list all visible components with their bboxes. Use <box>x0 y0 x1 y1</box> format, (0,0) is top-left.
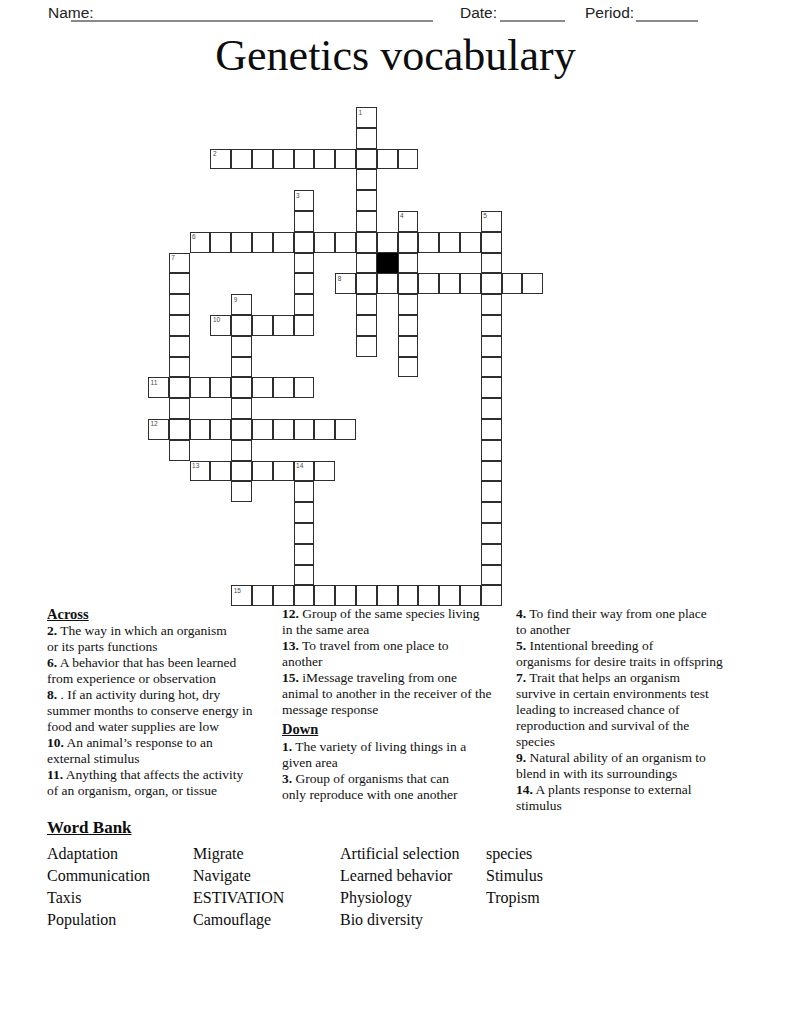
date-blank-line <box>500 6 565 22</box>
grid-cell[interactable]: 11 <box>148 377 169 398</box>
grid-cell[interactable] <box>252 149 273 170</box>
cell-number: 9 <box>234 296 238 303</box>
clue-14: 14. A plants response to externalstimulu… <box>516 782 723 814</box>
grid-cell[interactable]: 7 <box>169 253 190 274</box>
clue-11: 11. Anything that affects the activityof… <box>47 767 253 799</box>
grid-cell[interactable] <box>335 232 356 253</box>
grid-cell[interactable] <box>252 377 273 398</box>
grid-cell[interactable] <box>210 377 231 398</box>
grid-cell[interactable]: 2 <box>210 149 231 170</box>
grid-cell[interactable] <box>294 565 315 586</box>
word-bank-item: Learned behavior <box>340 865 486 887</box>
cell-number: 4 <box>400 212 404 219</box>
grid-cell[interactable] <box>522 273 543 294</box>
grid-cell[interactable] <box>231 398 252 419</box>
period-blank-line <box>636 6 698 22</box>
grid-cell[interactable] <box>294 544 315 565</box>
grid-cell[interactable] <box>294 502 315 523</box>
grid-cell[interactable] <box>210 461 231 482</box>
word-bank-title: Word Bank <box>47 818 132 838</box>
grid-cell[interactable]: 9 <box>231 294 252 315</box>
grid-cell[interactable] <box>481 565 502 586</box>
grid-cell[interactable] <box>314 585 335 606</box>
grid-cell[interactable] <box>169 294 190 315</box>
grid-cell[interactable] <box>294 149 315 170</box>
cell-number: 12 <box>151 420 158 427</box>
clues-column-middle: 12. Group of the same species livingin t… <box>282 606 492 803</box>
grid-cell[interactable] <box>231 377 252 398</box>
grid-cell[interactable] <box>252 232 273 253</box>
cell-number: 7 <box>171 254 175 261</box>
grid-cell[interactable] <box>273 461 294 482</box>
grid-cell[interactable] <box>398 149 419 170</box>
grid-cell[interactable] <box>169 377 190 398</box>
word-bank-item: Artificial selection <box>340 843 486 865</box>
word-bank-item: Tropism <box>486 887 543 909</box>
grid-cell[interactable] <box>481 398 502 419</box>
grid-cell[interactable]: 15 <box>231 585 252 606</box>
grid-cell[interactable] <box>252 461 273 482</box>
grid-cell[interactable] <box>356 149 377 170</box>
grid-cell[interactable] <box>252 315 273 336</box>
grid-cell[interactable] <box>481 253 502 274</box>
crossword-grid: 123456789101112131415 <box>148 107 543 606</box>
grid-cell[interactable] <box>356 232 377 253</box>
grid-cell[interactable] <box>273 419 294 440</box>
grid-cell[interactable] <box>294 315 315 336</box>
grid-cell[interactable] <box>481 357 502 378</box>
grid-cell[interactable] <box>481 419 502 440</box>
grid-cell[interactable] <box>481 294 502 315</box>
grid-cell[interactable] <box>169 357 190 378</box>
grid-cell[interactable]: 6 <box>190 232 211 253</box>
grid-cell[interactable] <box>210 232 231 253</box>
grid-cell[interactable] <box>169 336 190 357</box>
grid-cell[interactable] <box>294 273 315 294</box>
grid-cell[interactable] <box>481 440 502 461</box>
blocked-cell <box>377 253 398 274</box>
grid-cell[interactable] <box>481 232 502 253</box>
cell-number: 14 <box>296 462 303 469</box>
grid-cell[interactable] <box>273 377 294 398</box>
name-blank-line <box>71 6 433 22</box>
grid-cell[interactable] <box>335 585 356 606</box>
cell-number: 10 <box>213 316 220 323</box>
grid-cell[interactable] <box>481 273 502 294</box>
clue-4: 4. To find their way from one placeto an… <box>516 606 723 638</box>
clues-section-header: Down <box>282 721 492 737</box>
word-bank-item: Taxis <box>47 887 193 909</box>
cell-number: 5 <box>483 212 487 219</box>
grid-cell[interactable] <box>231 440 252 461</box>
grid-cell[interactable] <box>481 481 502 502</box>
grid-cell[interactable] <box>314 232 335 253</box>
grid-cell[interactable] <box>481 315 502 336</box>
clue-7: 7. Trait that helps an organismsurvive i… <box>516 670 723 750</box>
grid-cell[interactable] <box>502 273 523 294</box>
grid-cell[interactable] <box>418 232 439 253</box>
grid-cell[interactable] <box>169 315 190 336</box>
grid-cell[interactable] <box>481 377 502 398</box>
grid-cell[interactable] <box>273 232 294 253</box>
grid-cell[interactable] <box>481 336 502 357</box>
grid-cell[interactable] <box>294 377 315 398</box>
grid-cell[interactable] <box>294 523 315 544</box>
grid-cell[interactable] <box>398 232 419 253</box>
grid-cell[interactable] <box>210 419 231 440</box>
cell-number: 13 <box>192 462 199 469</box>
grid-cell[interactable] <box>356 336 377 357</box>
grid-cell[interactable] <box>294 294 315 315</box>
grid-cell[interactable] <box>460 273 481 294</box>
cell-number: 1 <box>358 109 362 116</box>
grid-cell[interactable] <box>460 232 481 253</box>
word-bank: AdaptationCommunicationTaxisPopulationMi… <box>47 843 543 931</box>
worksheet-page: Name: Date: Period: Genetics vocabulary … <box>0 0 791 1024</box>
clue-10: 10. An animal’s response to anexternal s… <box>47 735 253 767</box>
grid-cell[interactable]: 1 <box>356 107 377 128</box>
cell-number: 8 <box>338 275 342 282</box>
date-label: Date: <box>460 4 497 22</box>
cell-number: 11 <box>151 379 158 386</box>
grid-cell[interactable] <box>294 419 315 440</box>
grid-cell[interactable] <box>460 585 481 606</box>
grid-cell[interactable] <box>169 398 190 419</box>
grid-cell[interactable] <box>439 585 460 606</box>
grid-cell[interactable] <box>273 315 294 336</box>
grid-cell[interactable] <box>314 149 335 170</box>
grid-cell[interactable] <box>231 336 252 357</box>
grid-cell[interactable] <box>481 544 502 565</box>
cell-number: 3 <box>296 192 300 199</box>
grid-cell[interactable] <box>231 315 252 336</box>
grid-cell[interactable] <box>377 585 398 606</box>
grid-cell[interactable] <box>231 357 252 378</box>
grid-cell[interactable] <box>356 585 377 606</box>
clue-12: 12. Group of the same species livingin t… <box>282 606 492 638</box>
grid-cell[interactable] <box>273 585 294 606</box>
grid-cell[interactable] <box>481 461 502 482</box>
clue-8: 8. . If an activity during hot, drysumme… <box>47 687 253 735</box>
period-label: Period: <box>585 4 634 22</box>
grid-cell[interactable] <box>231 419 252 440</box>
grid-cell[interactable] <box>294 253 315 274</box>
grid-cell[interactable] <box>169 440 190 461</box>
grid-cell[interactable] <box>377 149 398 170</box>
grid-cell[interactable] <box>314 461 335 482</box>
grid-cell[interactable] <box>335 149 356 170</box>
grid-cell[interactable] <box>169 273 190 294</box>
word-bank-item: Bio diversity <box>340 909 486 931</box>
grid-cell[interactable] <box>356 128 377 149</box>
word-bank-item: species <box>486 843 543 865</box>
grid-cell[interactable] <box>252 419 273 440</box>
grid-cell[interactable] <box>398 273 419 294</box>
grid-cell[interactable] <box>439 273 460 294</box>
grid-cell[interactable] <box>356 211 377 232</box>
grid-cell[interactable] <box>377 273 398 294</box>
clue-13: 13. To travel from one place toanother <box>282 638 492 670</box>
grid-cell[interactable] <box>335 419 356 440</box>
grid-cell[interactable] <box>294 232 315 253</box>
word-bank-item: Camouflage <box>193 909 340 931</box>
grid-cell[interactable] <box>418 273 439 294</box>
clue-2: 2. The way in which an organismor its pa… <box>47 623 253 655</box>
grid-cell[interactable] <box>356 315 377 336</box>
clues-column-left: Across2. The way in which an organismor … <box>47 606 253 799</box>
grid-cell[interactable] <box>190 377 211 398</box>
grid-cell[interactable] <box>398 253 419 274</box>
grid-cell[interactable]: 3 <box>294 190 315 211</box>
grid-cell[interactable] <box>231 481 252 502</box>
grid-cell[interactable] <box>294 585 315 606</box>
grid-cell[interactable] <box>294 481 315 502</box>
word-bank-item: Physiology <box>340 887 486 909</box>
clue-1: 1. The variety of living things in agive… <box>282 739 492 771</box>
grid-cell[interactable] <box>273 149 294 170</box>
grid-cell[interactable] <box>356 253 377 274</box>
cell-number: 2 <box>213 150 217 157</box>
grid-cell[interactable]: 5 <box>481 211 502 232</box>
grid-cell[interactable] <box>481 502 502 523</box>
grid-cell[interactable] <box>398 315 419 336</box>
grid-cell[interactable]: 13 <box>190 461 211 482</box>
grid-cell[interactable] <box>252 585 273 606</box>
grid-cell[interactable] <box>356 190 377 211</box>
clues-column-right: 4. To find their way from one placeto an… <box>516 606 723 814</box>
word-bank-item: Migrate <box>193 843 340 865</box>
grid-cell[interactable] <box>314 419 335 440</box>
grid-cell[interactable] <box>418 585 439 606</box>
grid-cell[interactable] <box>169 419 190 440</box>
word-bank-item: Stimulus <box>486 865 543 887</box>
grid-cell[interactable] <box>356 169 377 190</box>
grid-cell[interactable] <box>398 357 419 378</box>
grid-cell[interactable] <box>231 149 252 170</box>
word-bank-item: Communication <box>47 865 193 887</box>
grid-cell[interactable] <box>231 232 252 253</box>
grid-cell[interactable] <box>481 585 502 606</box>
cell-number: 15 <box>234 587 241 594</box>
grid-cell[interactable] <box>190 419 211 440</box>
grid-cell[interactable] <box>439 232 460 253</box>
word-bank-item: ESTIVATION <box>193 887 340 909</box>
grid-cell[interactable]: 14 <box>294 461 315 482</box>
grid-cell[interactable] <box>481 523 502 544</box>
page-title: Genetics vocabulary <box>0 30 791 81</box>
grid-cell[interactable] <box>294 211 315 232</box>
clue-15: 15. iMessage traveling from oneanimal to… <box>282 670 492 718</box>
cell-number: 6 <box>192 233 196 240</box>
grid-cell[interactable]: 10 <box>210 315 231 336</box>
grid-cell[interactable] <box>231 461 252 482</box>
grid-cell[interactable]: 12 <box>148 419 169 440</box>
grid-cell[interactable]: 4 <box>398 211 419 232</box>
grid-cell[interactable] <box>398 585 419 606</box>
grid-cell[interactable] <box>398 336 419 357</box>
grid-cell[interactable]: 8 <box>335 273 356 294</box>
word-bank-item: Adaptation <box>47 843 193 865</box>
word-bank-item: Population <box>47 909 193 931</box>
clue-6: 6. A behavior that has been learnedfrom … <box>47 655 253 687</box>
word-bank-item: Navigate <box>193 865 340 887</box>
grid-cell[interactable] <box>356 294 377 315</box>
clue-5: 5. Intentional breeding oforganisms for … <box>516 638 723 670</box>
clue-9: 9. Natural ability of an organism toblen… <box>516 750 723 782</box>
grid-cell[interactable] <box>356 273 377 294</box>
clues-section-header: Across <box>47 606 253 622</box>
clue-3: 3. Group of organisms that canonly repro… <box>282 771 492 803</box>
grid-cell[interactable] <box>377 232 398 253</box>
grid-cell[interactable] <box>398 294 419 315</box>
